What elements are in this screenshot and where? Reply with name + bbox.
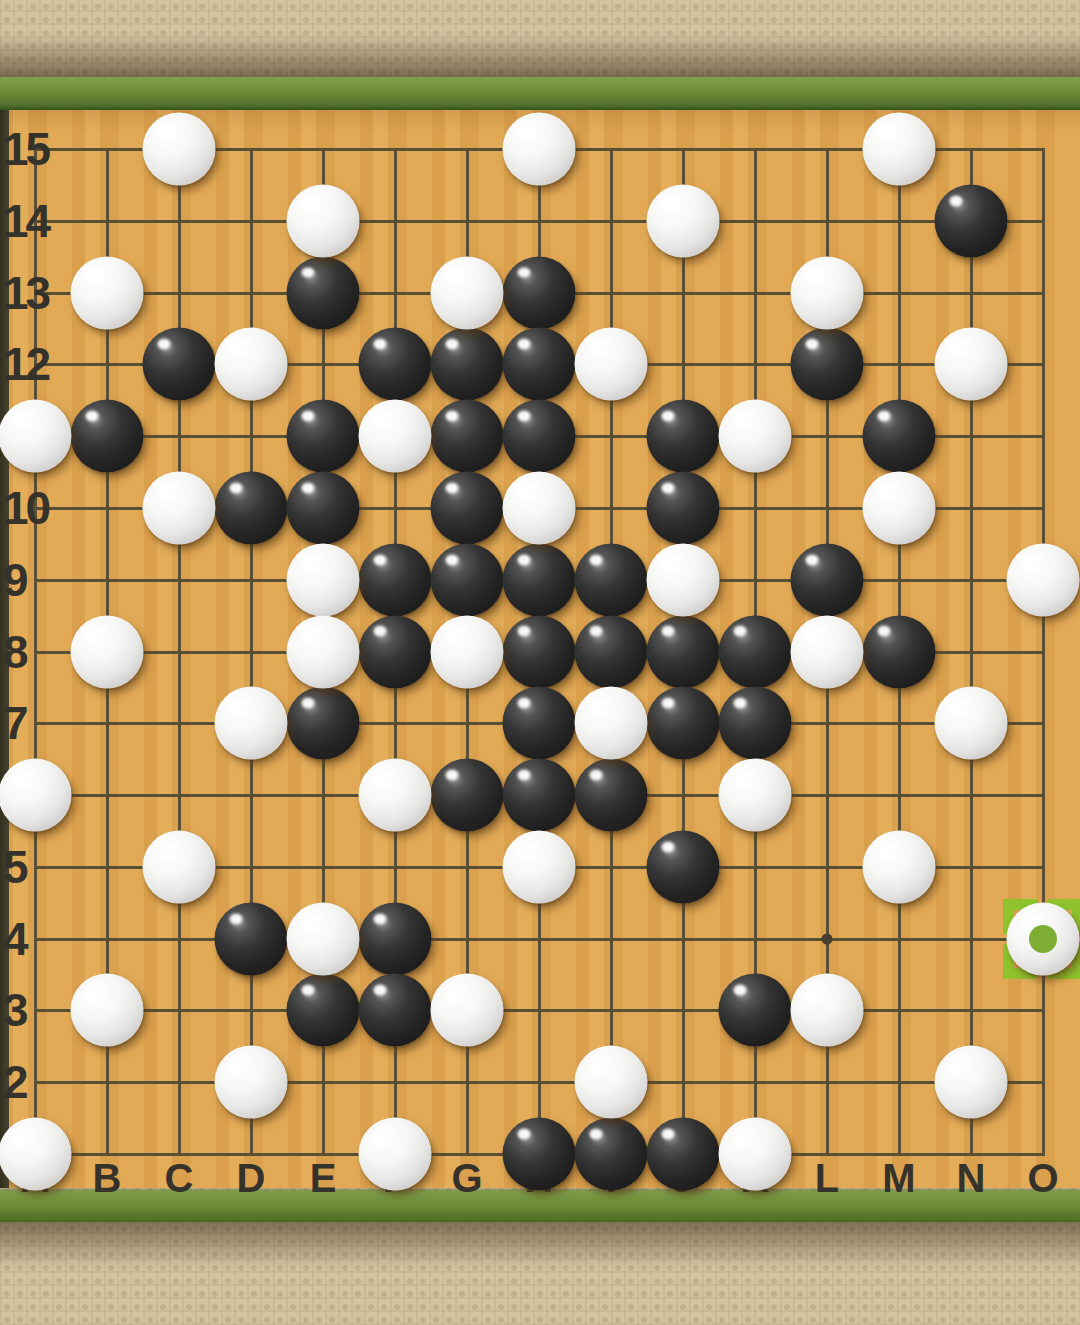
- row-label-7: 7: [3, 700, 26, 746]
- stone-white: [503, 471, 576, 544]
- stone-black: [287, 400, 360, 473]
- row-label-8: 8: [3, 629, 26, 675]
- stone-black: [503, 543, 576, 616]
- row-label-5: 5: [3, 844, 26, 890]
- stone-black: [719, 687, 792, 760]
- stone-white: [791, 615, 864, 688]
- stone-black: [791, 543, 864, 616]
- stone-white: [863, 113, 936, 186]
- stone-black: [791, 328, 864, 401]
- stone-black: [287, 974, 360, 1047]
- bottom-texture-shadow: [0, 1222, 1080, 1268]
- row-label-15: 15: [3, 126, 48, 172]
- board-surface[interactable]: 151413121110987654321ABCDEFGHIJKLMNO: [0, 110, 1080, 1188]
- stone-black: [647, 615, 720, 688]
- stone-white: [1007, 543, 1080, 616]
- stone-white: [935, 687, 1008, 760]
- stone-white: [647, 184, 720, 257]
- stone-black: [359, 615, 432, 688]
- stone-black: [935, 184, 1008, 257]
- stone-black: [431, 328, 504, 401]
- stone-white: [287, 184, 360, 257]
- app-screen: 151413121110987654321ABCDEFGHIJKLMNO: [0, 0, 1080, 1325]
- stone-black: [575, 615, 648, 688]
- stone-black: [215, 902, 288, 975]
- stone-white: [359, 400, 432, 473]
- stone-black: [287, 256, 360, 329]
- stone-white: [719, 400, 792, 473]
- stone-black: [431, 759, 504, 832]
- stone-black: [575, 1118, 648, 1191]
- stone-black: [503, 400, 576, 473]
- stone-black: [431, 400, 504, 473]
- stone-black: [503, 328, 576, 401]
- stone-white: [431, 256, 504, 329]
- stone-white: [143, 830, 216, 903]
- last-move-marker-dot: [1029, 925, 1057, 953]
- col-label-E: E: [287, 1156, 359, 1200]
- col-label-B: B: [71, 1156, 143, 1200]
- stone-white: [0, 1118, 72, 1191]
- stone-black: [503, 759, 576, 832]
- stone-white: [359, 759, 432, 832]
- stone-white: [431, 615, 504, 688]
- row-label-13: 13: [3, 270, 48, 316]
- stone-black: [359, 328, 432, 401]
- stone-black: [503, 256, 576, 329]
- stone-white: [71, 974, 144, 1047]
- row-label-3: 3: [3, 987, 26, 1033]
- col-label-N: N: [935, 1156, 1007, 1200]
- stone-black: [503, 687, 576, 760]
- star-point-L4: [822, 933, 833, 944]
- row-label-14: 14: [3, 198, 48, 244]
- stone-black: [719, 974, 792, 1047]
- row-label-12: 12: [3, 341, 48, 387]
- stone-black: [575, 543, 648, 616]
- stone-black: [647, 1118, 720, 1191]
- stone-white: [0, 759, 72, 832]
- stone-white: [287, 902, 360, 975]
- stone-white: [0, 400, 72, 473]
- stone-white: [863, 830, 936, 903]
- col-label-G: G: [431, 1156, 503, 1200]
- stone-black: [503, 615, 576, 688]
- stone-white: [143, 471, 216, 544]
- stone-black: [71, 400, 144, 473]
- stone-white: [71, 256, 144, 329]
- row-label-4: 4: [3, 916, 26, 962]
- stone-black: [647, 400, 720, 473]
- stone-white: [359, 1118, 432, 1191]
- stone-white: [575, 687, 648, 760]
- stone-white: [215, 687, 288, 760]
- stone-black: [647, 687, 720, 760]
- stone-white: [215, 1046, 288, 1119]
- stone-white: [647, 543, 720, 616]
- stone-black: [647, 830, 720, 903]
- stone-black: [143, 328, 216, 401]
- stone-black: [719, 615, 792, 688]
- row-label-10: 10: [3, 485, 48, 531]
- stone-white: [935, 1046, 1008, 1119]
- stone-white: [431, 974, 504, 1047]
- stone-white: [503, 830, 576, 903]
- stone-white: [287, 615, 360, 688]
- stone-black: [287, 687, 360, 760]
- top-texture-shadow: [0, 34, 1080, 77]
- stone-white: [791, 256, 864, 329]
- stone-black: [431, 543, 504, 616]
- stone-white: [215, 328, 288, 401]
- col-label-D: D: [215, 1156, 287, 1200]
- stone-black: [359, 902, 432, 975]
- top-green-bar: [0, 77, 1080, 110]
- stone-white: [575, 328, 648, 401]
- stone-black: [863, 615, 936, 688]
- stone-white: [791, 974, 864, 1047]
- col-label-L: L: [791, 1156, 863, 1200]
- col-label-M: M: [863, 1156, 935, 1200]
- col-label-O: O: [1007, 1156, 1079, 1200]
- stone-white: [503, 113, 576, 186]
- stone-white: [935, 328, 1008, 401]
- stone-white: [71, 615, 144, 688]
- col-label-C: C: [143, 1156, 215, 1200]
- stone-black: [359, 974, 432, 1047]
- stone-white: [719, 759, 792, 832]
- stone-black: [575, 759, 648, 832]
- stone-black: [431, 471, 504, 544]
- stone-white: [287, 543, 360, 616]
- row-label-2: 2: [3, 1059, 26, 1105]
- stone-white: [575, 1046, 648, 1119]
- stone-black: [215, 471, 288, 544]
- stone-black: [503, 1118, 576, 1191]
- stone-black: [359, 543, 432, 616]
- stone-black: [647, 471, 720, 544]
- stone-black: [287, 471, 360, 544]
- row-label-9: 9: [3, 557, 26, 603]
- stone-white: [143, 113, 216, 186]
- stone-black: [863, 400, 936, 473]
- stone-white: [719, 1118, 792, 1191]
- stone-white: [863, 471, 936, 544]
